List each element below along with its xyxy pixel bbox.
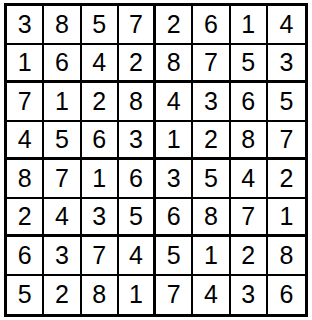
cell-r3c6[interactable]: 3 — [193, 83, 230, 122]
cell-r3c4[interactable]: 8 — [119, 83, 156, 122]
cell-r1c6[interactable]: 6 — [193, 6, 230, 45]
cell-r1c8[interactable]: 4 — [268, 6, 305, 45]
cell-r3c1[interactable]: 7 — [7, 83, 44, 122]
cell-r4c2[interactable]: 5 — [44, 122, 81, 161]
cell-r8c3[interactable]: 8 — [82, 276, 119, 315]
cell-r7c6[interactable]: 1 — [193, 237, 230, 276]
cell-r1c2[interactable]: 8 — [44, 6, 81, 45]
cell-r6c5[interactable]: 6 — [156, 199, 193, 238]
cell-r8c8[interactable]: 6 — [268, 276, 305, 315]
cell-r4c4[interactable]: 3 — [119, 122, 156, 161]
cell-r3c2[interactable]: 1 — [44, 83, 81, 122]
cell-r3c5[interactable]: 4 — [156, 83, 193, 122]
cell-r4c8[interactable]: 7 — [268, 122, 305, 161]
cell-r5c8[interactable]: 2 — [268, 160, 305, 199]
cell-r4c6[interactable]: 2 — [193, 122, 230, 161]
cell-r2c6[interactable]: 7 — [193, 45, 230, 84]
cell-r2c2[interactable]: 6 — [44, 45, 81, 84]
cell-r6c8[interactable]: 1 — [268, 199, 305, 238]
cell-r7c3[interactable]: 7 — [82, 237, 119, 276]
cell-r6c2[interactable]: 4 — [44, 199, 81, 238]
cell-r6c1[interactable]: 2 — [7, 199, 44, 238]
cell-r4c1[interactable]: 4 — [7, 122, 44, 161]
cell-r5c2[interactable]: 7 — [44, 160, 81, 199]
cell-r1c1[interactable]: 3 — [7, 6, 44, 45]
cell-r1c3[interactable]: 5 — [82, 6, 119, 45]
cell-r3c7[interactable]: 6 — [231, 83, 268, 122]
cell-r6c3[interactable]: 3 — [82, 199, 119, 238]
cell-r5c5[interactable]: 3 — [156, 160, 193, 199]
cell-r8c7[interactable]: 3 — [231, 276, 268, 315]
cell-r4c5[interactable]: 1 — [156, 122, 193, 161]
cell-r7c5[interactable]: 5 — [156, 237, 193, 276]
cell-r6c6[interactable]: 8 — [193, 199, 230, 238]
cell-r2c8[interactable]: 3 — [268, 45, 305, 84]
cell-r7c1[interactable]: 6 — [7, 237, 44, 276]
cell-r8c1[interactable]: 5 — [7, 276, 44, 315]
cell-r2c5[interactable]: 8 — [156, 45, 193, 84]
cell-r5c7[interactable]: 4 — [231, 160, 268, 199]
cell-r7c2[interactable]: 3 — [44, 237, 81, 276]
cell-r5c4[interactable]: 6 — [119, 160, 156, 199]
cell-r2c1[interactable]: 1 — [7, 45, 44, 84]
page: 3857261416428753712843654563128787163542… — [0, 0, 312, 320]
cell-r8c6[interactable]: 4 — [193, 276, 230, 315]
cell-r3c3[interactable]: 2 — [82, 83, 119, 122]
cell-r5c3[interactable]: 1 — [82, 160, 119, 199]
cell-r6c7[interactable]: 7 — [231, 199, 268, 238]
cell-r7c7[interactable]: 2 — [231, 237, 268, 276]
cell-r5c6[interactable]: 5 — [193, 160, 230, 199]
cell-r2c4[interactable]: 2 — [119, 45, 156, 84]
cell-r5c1[interactable]: 8 — [7, 160, 44, 199]
cell-r8c5[interactable]: 7 — [156, 276, 193, 315]
cell-r3c8[interactable]: 5 — [268, 83, 305, 122]
cell-r7c8[interactable]: 8 — [268, 237, 305, 276]
cell-r7c4[interactable]: 4 — [119, 237, 156, 276]
cell-r2c3[interactable]: 4 — [82, 45, 119, 84]
cell-r8c4[interactable]: 1 — [119, 276, 156, 315]
cell-r1c5[interactable]: 2 — [156, 6, 193, 45]
cell-r1c4[interactable]: 7 — [119, 6, 156, 45]
cell-r6c4[interactable]: 5 — [119, 199, 156, 238]
sudoku-board: 3857261416428753712843654563128787163542… — [4, 3, 308, 317]
cell-r4c3[interactable]: 6 — [82, 122, 119, 161]
cell-r8c2[interactable]: 2 — [44, 276, 81, 315]
cell-r1c7[interactable]: 1 — [231, 6, 268, 45]
cell-r2c7[interactable]: 5 — [231, 45, 268, 84]
cell-r4c7[interactable]: 8 — [231, 122, 268, 161]
